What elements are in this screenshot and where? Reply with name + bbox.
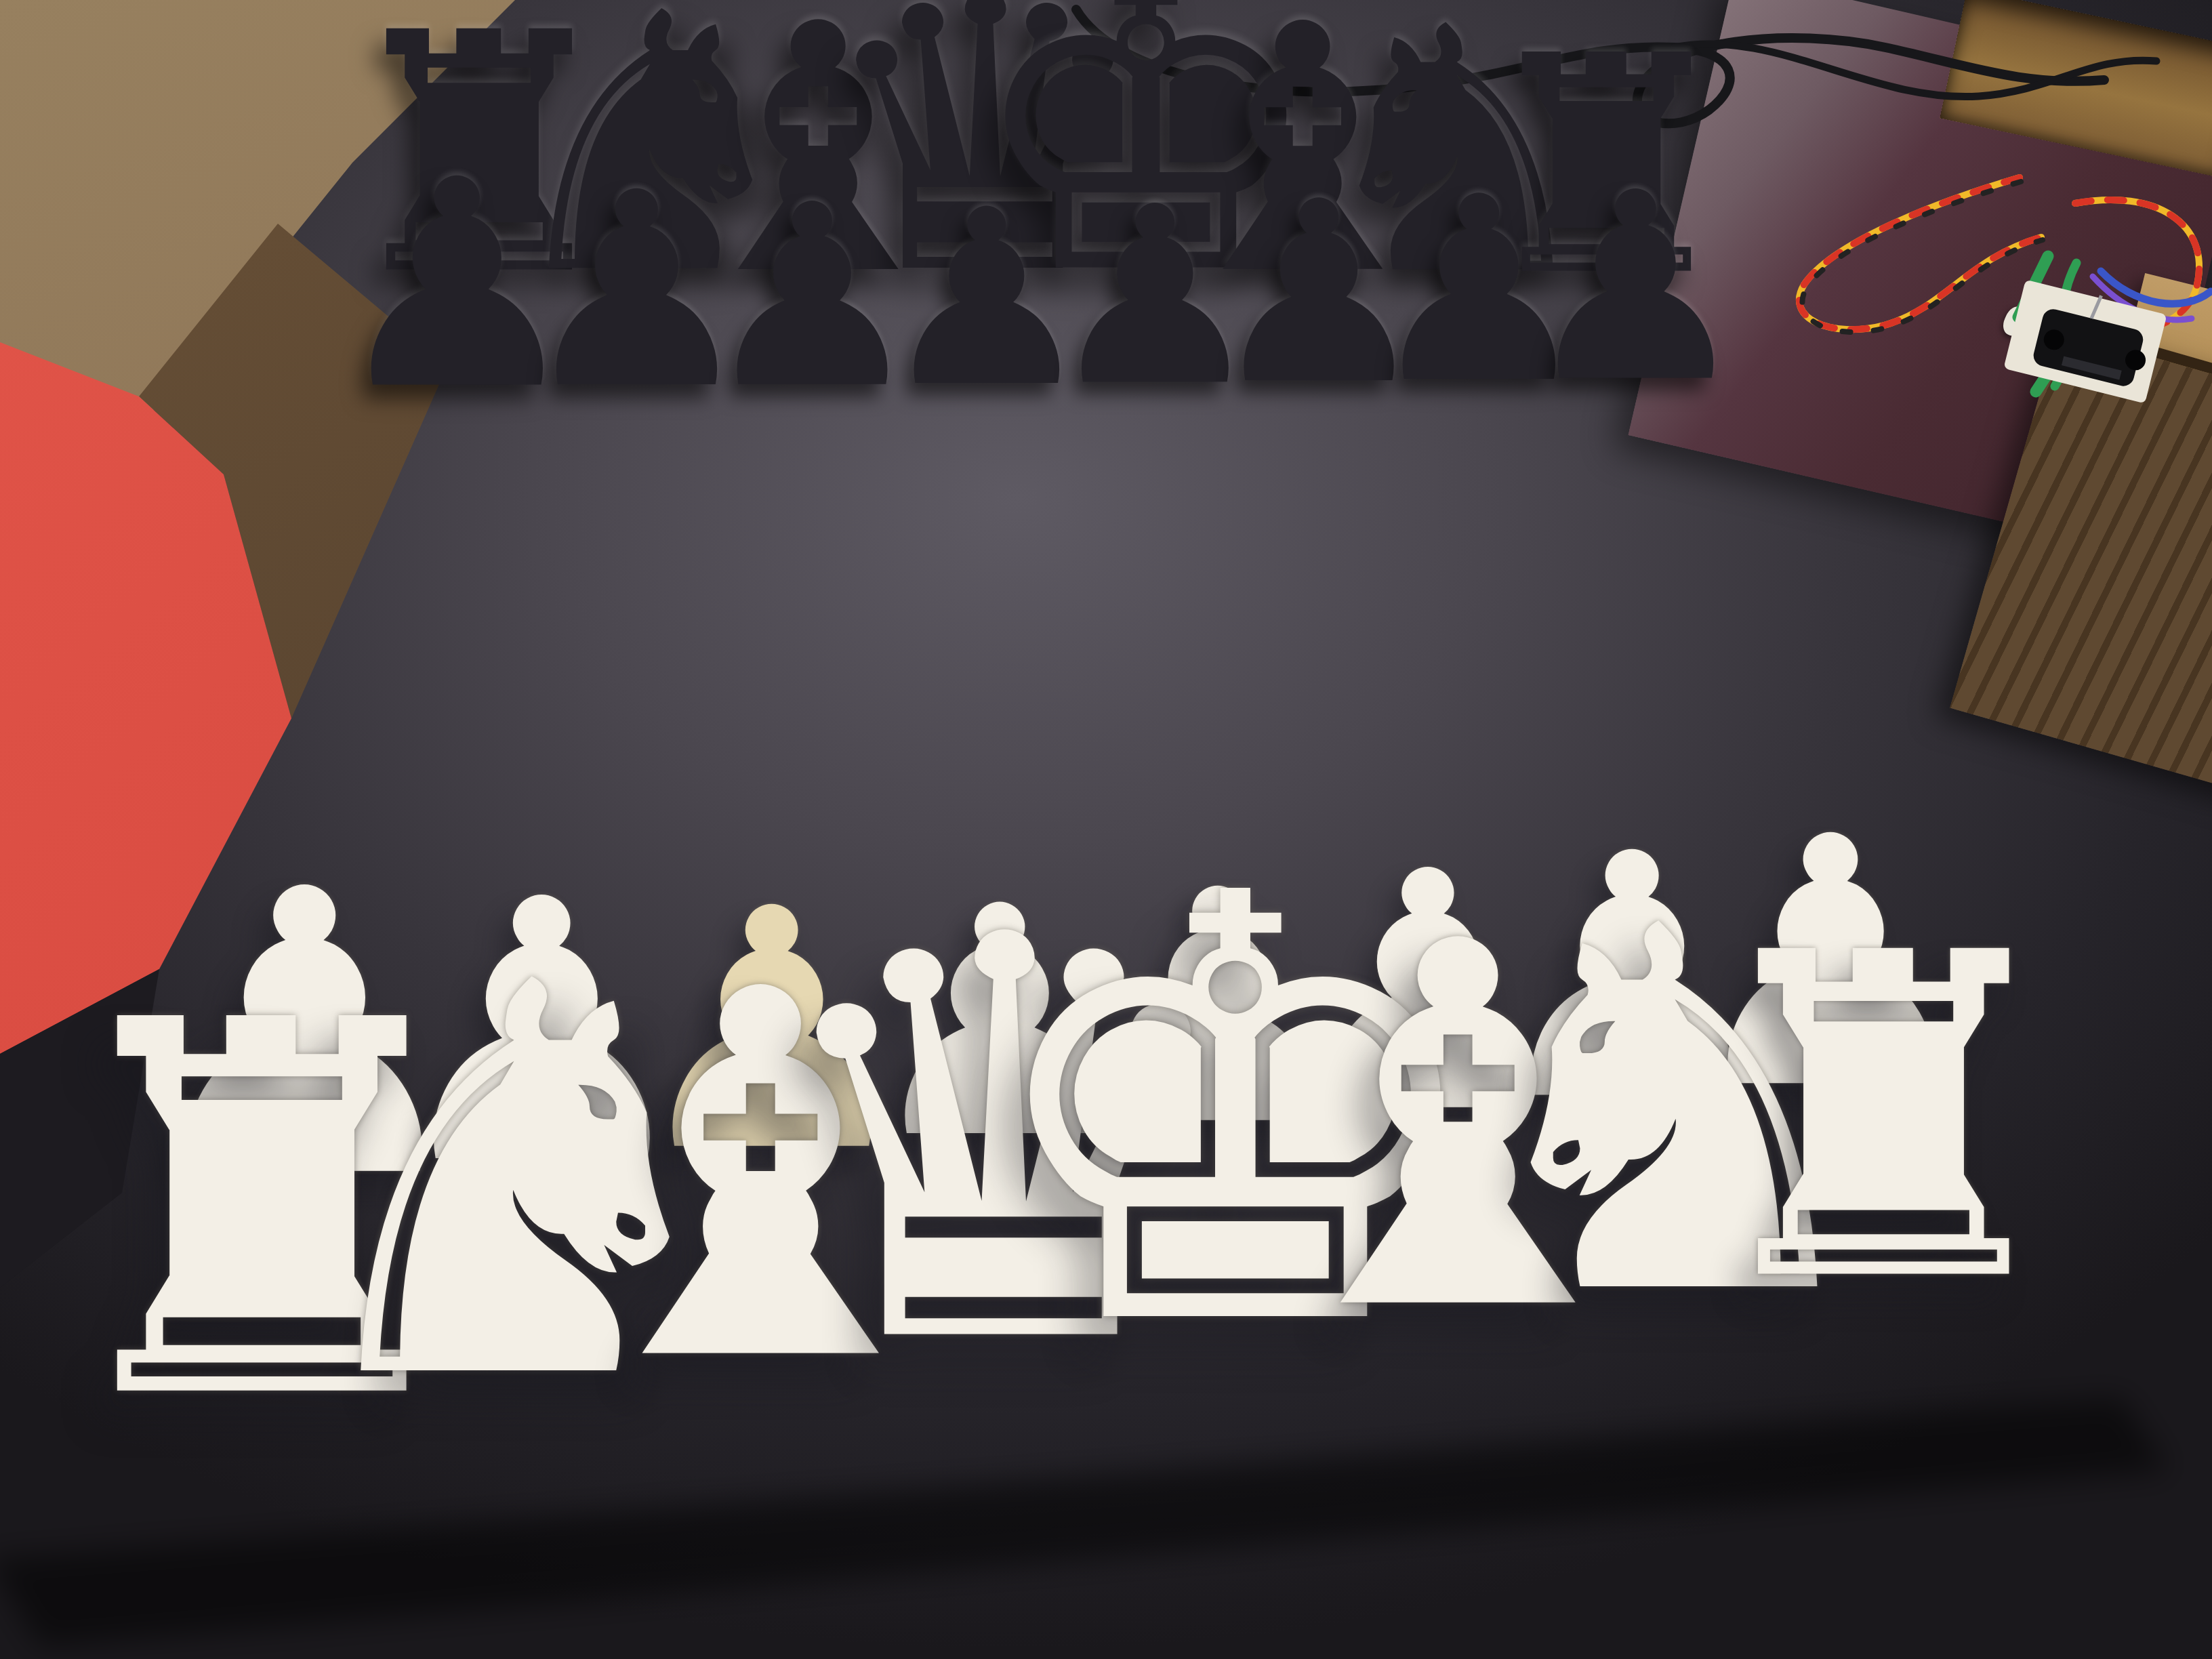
board-cast-shadow [0, 1397, 2169, 1647]
photo-scene: abcdefgh abcdefgh 87654321 87654321 yCOO… [0, 0, 2212, 1659]
black-cable [1076, 9, 2156, 123]
cable-and-wires-layer [0, 0, 2212, 1659]
